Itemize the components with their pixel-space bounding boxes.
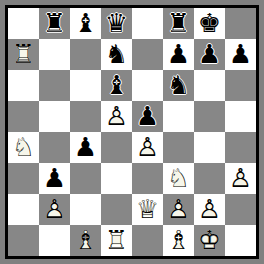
piece-fill-glyph: ♜: [163, 8, 194, 39]
black-pawn[interactable]: ♟: [132, 101, 163, 132]
square-c3[interactable]: [70, 163, 101, 194]
piece-fill-glyph: ♟: [194, 39, 225, 70]
piece-fill-glyph: ♜: [39, 8, 70, 39]
black-pawn[interactable]: ♟: [70, 132, 101, 163]
square-d1[interactable]: ♜♖: [101, 225, 132, 256]
piece-outline-glyph: ♗: [70, 225, 101, 256]
black-queen[interactable]: ♛: [101, 8, 132, 39]
square-d4[interactable]: [101, 132, 132, 163]
piece-fill-glyph: ♝: [101, 70, 132, 101]
square-e7[interactable]: [132, 39, 163, 70]
piece-outline-glyph: ♙: [132, 132, 163, 163]
square-c6[interactable]: [70, 70, 101, 101]
square-c1[interactable]: ♝♗: [70, 225, 101, 256]
square-e4[interactable]: ♟♙: [132, 132, 163, 163]
black-pawn[interactable]: ♟: [225, 39, 256, 70]
square-f8[interactable]: ♜: [163, 8, 194, 39]
piece-outline-glyph: ♙: [163, 194, 194, 225]
square-f6[interactable]: ♞: [163, 70, 194, 101]
square-b3[interactable]: ♟: [39, 163, 70, 194]
white-king[interactable]: ♚♔: [194, 225, 225, 256]
square-b2[interactable]: ♟♙: [39, 194, 70, 225]
white-bishop[interactable]: ♝♗: [70, 225, 101, 256]
white-pawn[interactable]: ♟♙: [194, 194, 225, 225]
square-b6[interactable]: [39, 70, 70, 101]
square-d2[interactable]: [101, 194, 132, 225]
white-rook[interactable]: ♜♖: [101, 225, 132, 256]
piece-fill-glyph: ♞: [101, 39, 132, 70]
square-h4[interactable]: [225, 132, 256, 163]
black-pawn[interactable]: ♟: [39, 163, 70, 194]
black-pawn[interactable]: ♟: [194, 39, 225, 70]
square-a8[interactable]: [8, 8, 39, 39]
square-h1[interactable]: [225, 225, 256, 256]
square-e3[interactable]: [132, 163, 163, 194]
square-a1[interactable]: [8, 225, 39, 256]
black-bishop[interactable]: ♝: [70, 8, 101, 39]
square-e1[interactable]: [132, 225, 163, 256]
square-h5[interactable]: [225, 101, 256, 132]
square-a3[interactable]: [8, 163, 39, 194]
white-knight[interactable]: ♞♘: [8, 132, 39, 163]
square-g6[interactable]: [194, 70, 225, 101]
white-rook[interactable]: ♜♖: [8, 39, 39, 70]
black-bishop[interactable]: ♝: [101, 70, 132, 101]
black-rook[interactable]: ♜: [163, 8, 194, 39]
square-g8[interactable]: ♚: [194, 8, 225, 39]
piece-fill-glyph: ♟: [39, 163, 70, 194]
white-bishop[interactable]: ♝♗: [163, 225, 194, 256]
piece-outline-glyph: ♖: [8, 39, 39, 70]
white-pawn[interactable]: ♟♙: [132, 132, 163, 163]
square-g4[interactable]: [194, 132, 225, 163]
piece-outline-glyph: ♙: [101, 101, 132, 132]
black-king[interactable]: ♚: [194, 8, 225, 39]
black-knight[interactable]: ♞: [163, 70, 194, 101]
piece-outline-glyph: ♖: [101, 225, 132, 256]
square-a6[interactable]: [8, 70, 39, 101]
square-b7[interactable]: [39, 39, 70, 70]
piece-outline-glyph: ♙: [194, 194, 225, 225]
square-d8[interactable]: ♛: [101, 8, 132, 39]
square-c8[interactable]: ♝: [70, 8, 101, 39]
white-pawn[interactable]: ♟♙: [39, 194, 70, 225]
square-f2[interactable]: ♟♙: [163, 194, 194, 225]
piece-fill-glyph: ♝: [70, 8, 101, 39]
board-outer-margin: ♜♝♛♜♚♜♖♞♟♟♟♝♞♟♙♟♞♘♟♟♙♟♞♘♟♙♟♙♛♕♟♙♟♙♝♗♜♖♝♗…: [0, 0, 264, 264]
piece-fill-glyph: ♛: [101, 8, 132, 39]
white-pawn[interactable]: ♟♙: [101, 101, 132, 132]
board-frame: ♜♝♛♜♚♜♖♞♟♟♟♝♞♟♙♟♞♘♟♟♙♟♞♘♟♙♟♙♛♕♟♙♟♙♝♗♜♖♝♗…: [5, 5, 259, 259]
piece-outline-glyph: ♕: [132, 194, 163, 225]
piece-fill-glyph: ♟: [163, 39, 194, 70]
black-rook[interactable]: ♜: [39, 8, 70, 39]
square-a7[interactable]: ♜♖: [8, 39, 39, 70]
square-c4[interactable]: ♟: [70, 132, 101, 163]
square-g3[interactable]: [194, 163, 225, 194]
square-b1[interactable]: [39, 225, 70, 256]
square-d3[interactable]: [101, 163, 132, 194]
piece-outline-glyph: ♗: [163, 225, 194, 256]
square-h7[interactable]: ♟: [225, 39, 256, 70]
square-f7[interactable]: ♟: [163, 39, 194, 70]
square-h2[interactable]: [225, 194, 256, 225]
square-b8[interactable]: ♜: [39, 8, 70, 39]
square-c2[interactable]: [70, 194, 101, 225]
white-pawn[interactable]: ♟♙: [163, 194, 194, 225]
piece-outline-glyph: ♙: [39, 194, 70, 225]
piece-outline-glyph: ♘: [8, 132, 39, 163]
chess-board: ♜♝♛♜♚♜♖♞♟♟♟♝♞♟♙♟♞♘♟♟♙♟♞♘♟♙♟♙♛♕♟♙♟♙♝♗♜♖♝♗…: [8, 8, 256, 256]
square-e5[interactable]: ♟: [132, 101, 163, 132]
black-knight[interactable]: ♞: [101, 39, 132, 70]
square-a4[interactable]: ♞♘: [8, 132, 39, 163]
piece-outline-glyph: ♘: [163, 163, 194, 194]
square-g1[interactable]: ♚♔: [194, 225, 225, 256]
square-d7[interactable]: ♞: [101, 39, 132, 70]
square-e8[interactable]: [132, 8, 163, 39]
white-queen[interactable]: ♛♕: [132, 194, 163, 225]
piece-fill-glyph: ♟: [70, 132, 101, 163]
square-g7[interactable]: ♟: [194, 39, 225, 70]
square-a5[interactable]: [8, 101, 39, 132]
square-f4[interactable]: [163, 132, 194, 163]
black-pawn[interactable]: ♟: [163, 39, 194, 70]
square-f1[interactable]: ♝♗: [163, 225, 194, 256]
square-g2[interactable]: ♟♙: [194, 194, 225, 225]
square-f5[interactable]: [163, 101, 194, 132]
piece-outline-glyph: ♔: [194, 225, 225, 256]
piece-fill-glyph: ♚: [194, 8, 225, 39]
square-b4[interactable]: [39, 132, 70, 163]
square-f3[interactable]: ♞♘: [163, 163, 194, 194]
white-pawn[interactable]: ♟♙: [225, 163, 256, 194]
piece-fill-glyph: ♟: [132, 101, 163, 132]
square-h3[interactable]: ♟♙: [225, 163, 256, 194]
piece-outline-glyph: ♙: [225, 163, 256, 194]
square-c5[interactable]: [70, 101, 101, 132]
square-d5[interactable]: ♟♙: [101, 101, 132, 132]
square-h6[interactable]: [225, 70, 256, 101]
square-a2[interactable]: [8, 194, 39, 225]
square-h8[interactable]: [225, 8, 256, 39]
white-knight[interactable]: ♞♘: [163, 163, 194, 194]
square-e2[interactable]: ♛♕: [132, 194, 163, 225]
square-b5[interactable]: [39, 101, 70, 132]
square-c7[interactable]: [70, 39, 101, 70]
square-g5[interactable]: [194, 101, 225, 132]
piece-fill-glyph: ♟: [225, 39, 256, 70]
piece-fill-glyph: ♞: [163, 70, 194, 101]
square-e6[interactable]: [132, 70, 163, 101]
square-d6[interactable]: ♝: [101, 70, 132, 101]
